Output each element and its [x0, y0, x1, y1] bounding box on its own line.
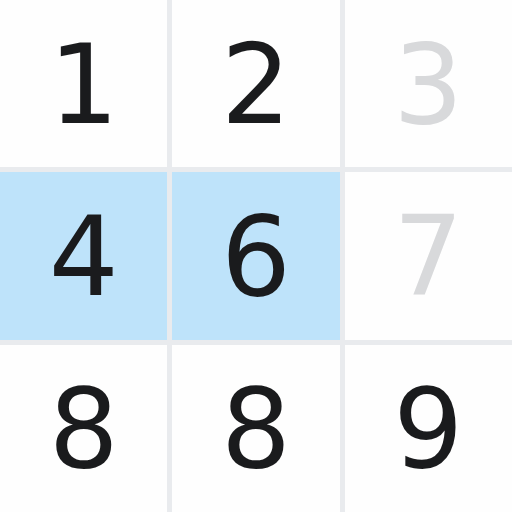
cell-value: 6 [221, 202, 291, 312]
cell-r0c0[interactable]: 1 [0, 0, 167, 167]
cell-value: 9 [393, 374, 463, 484]
cell-value: 8 [221, 374, 291, 484]
number-match-grid: 123467889 [0, 0, 512, 512]
cell-r1c1[interactable]: 6 [172, 172, 339, 339]
cell-value: 1 [49, 30, 119, 140]
cell-r2c0[interactable]: 8 [0, 345, 167, 512]
cell-r1c0[interactable]: 4 [0, 172, 167, 339]
cell-value: 7 [393, 202, 463, 312]
cell-r2c1[interactable]: 8 [172, 345, 339, 512]
cell-value: 8 [49, 374, 119, 484]
cell-r0c1[interactable]: 2 [172, 0, 339, 167]
cell-r2c2[interactable]: 9 [345, 345, 512, 512]
cell-value: 3 [393, 30, 463, 140]
cell-r1c2: 7 [345, 172, 512, 339]
cell-r0c2: 3 [345, 0, 512, 167]
cell-value: 4 [49, 202, 119, 312]
cell-value: 2 [221, 30, 291, 140]
